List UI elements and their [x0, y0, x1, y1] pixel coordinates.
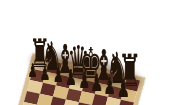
- black-pawn-icon: ♟: [40, 63, 51, 83]
- black-pawn-icon: ♟: [78, 69, 90, 92]
- black-pawn-icon: ♟: [52, 65, 63, 86]
- black-pawn-icon: ♟: [116, 76, 129, 101]
- chess-set-photo: ♜♞♝♛♚♝♞♜♟♟♟♟♟♟♟♟: [0, 0, 175, 105]
- black-pawn-icon: ♟: [65, 67, 77, 89]
- product-photo: ♜♞♝♛♚♝♞♜♟♟♟♟♟♟♟♟: [0, 0, 175, 105]
- black-pawn-icon: ♟: [90, 71, 103, 95]
- black-pawn-icon: ♟: [103, 74, 116, 98]
- black-pawn-icon: ♟: [27, 61, 37, 80]
